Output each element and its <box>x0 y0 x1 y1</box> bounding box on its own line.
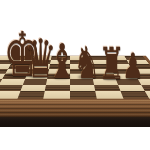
king-shadow <box>6 73 28 77</box>
square <box>17 91 45 98</box>
pawn-shadow <box>127 76 140 80</box>
board-front-edge <box>0 100 150 117</box>
knight-shadow <box>78 75 96 79</box>
square <box>70 91 96 98</box>
queen-shadow <box>29 74 48 78</box>
board-underside <box>0 117 150 127</box>
square <box>95 91 123 98</box>
square <box>44 91 70 98</box>
chess-set-photo: ♚♛♝♞♜♟ <box>0 0 150 150</box>
rook-shadow <box>103 76 121 80</box>
bishop-shadow <box>53 75 70 79</box>
